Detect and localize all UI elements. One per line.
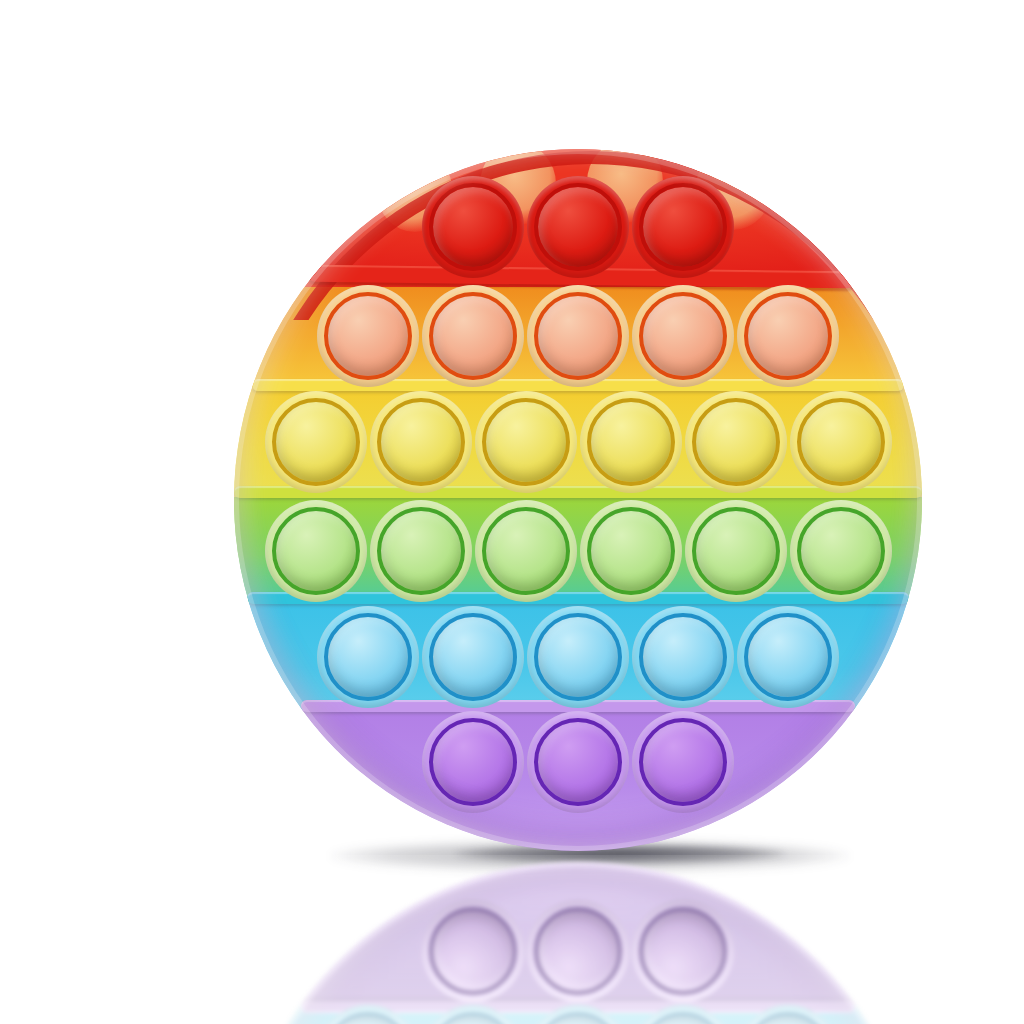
bubble-blue-4[interactable] <box>632 606 734 708</box>
bubble-orange-2[interactable] <box>422 285 524 387</box>
bubble-yellow-1[interactable] <box>265 391 367 493</box>
bubble-row-red <box>234 176 922 278</box>
bubble-green-6[interactable] <box>790 500 892 602</box>
bubble-orange-4[interactable] <box>632 285 734 387</box>
bubble-yellow-5[interactable] <box>685 391 787 493</box>
bubble-green-1[interactable] <box>265 500 367 602</box>
bubble-yellow-2[interactable] <box>370 391 472 493</box>
bubble-green-5[interactable] <box>685 500 787 602</box>
reflection-fade <box>0 855 1024 1024</box>
bubble-green-4[interactable] <box>580 500 682 602</box>
pop-it-toy <box>234 149 922 851</box>
bubble-blue-5[interactable] <box>737 606 839 708</box>
bubble-yellow-4[interactable] <box>580 391 682 493</box>
bubble-blue-1[interactable] <box>317 606 419 708</box>
bubble-purple-2[interactable] <box>527 711 629 813</box>
bubble-row-orange <box>234 285 922 387</box>
product-photo-scene <box>0 0 1024 1024</box>
bubble-orange-3[interactable] <box>527 285 629 387</box>
bubble-row-yellow <box>234 391 922 493</box>
bubble-purple-3[interactable] <box>632 711 734 813</box>
bubble-row-purple <box>234 711 922 813</box>
bubble-blue-3[interactable] <box>527 606 629 708</box>
bubble-red-1[interactable] <box>422 176 524 278</box>
bubble-yellow-6[interactable] <box>790 391 892 493</box>
bubble-row-blue <box>234 606 922 708</box>
bubble-green-2[interactable] <box>370 500 472 602</box>
bubble-orange-5[interactable] <box>737 285 839 387</box>
bubble-purple-1[interactable] <box>422 711 524 813</box>
bubble-yellow-3[interactable] <box>475 391 577 493</box>
bubble-green-3[interactable] <box>475 500 577 602</box>
bubble-red-2[interactable] <box>527 176 629 278</box>
bubble-row-green <box>234 500 922 602</box>
bubble-blue-2[interactable] <box>422 606 524 708</box>
bubble-orange-1[interactable] <box>317 285 419 387</box>
bubble-red-3[interactable] <box>632 176 734 278</box>
